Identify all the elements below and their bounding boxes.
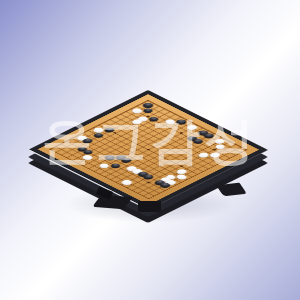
hoshi-point xyxy=(213,149,217,151)
black-stone xyxy=(175,119,188,126)
hoshi-point xyxy=(113,132,117,134)
white-stone xyxy=(81,154,94,161)
white-stone xyxy=(130,107,143,114)
hoshi-point xyxy=(147,182,151,184)
black-stone xyxy=(92,132,105,139)
black-stone xyxy=(141,107,154,114)
white-stone xyxy=(197,152,210,159)
white-stone xyxy=(98,163,111,170)
black-stone xyxy=(147,116,160,123)
black-stone xyxy=(81,138,94,145)
white-stone xyxy=(164,119,177,126)
white-stone xyxy=(208,152,221,159)
black-stone xyxy=(109,163,122,170)
product-photo-stage: 온그감성 xyxy=(0,0,300,300)
hoshi-point xyxy=(180,132,184,134)
hoshi-point xyxy=(180,165,184,167)
black-stone xyxy=(103,154,116,161)
white-stone xyxy=(120,179,133,186)
hoshi-point xyxy=(147,149,151,151)
black-stone xyxy=(191,138,204,145)
board-hinge-tab xyxy=(138,201,161,212)
black-stone xyxy=(202,132,215,139)
white-stone xyxy=(175,174,188,181)
white-stone xyxy=(186,124,199,131)
black-stone xyxy=(142,174,155,181)
